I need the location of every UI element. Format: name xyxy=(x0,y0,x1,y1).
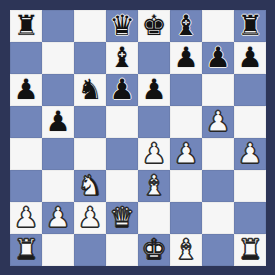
square-h2[interactable] xyxy=(234,202,266,234)
black-pawn[interactable]: ♟ xyxy=(106,74,138,106)
black-bishop[interactable]: ♝ xyxy=(170,10,202,42)
white-knight[interactable]: ♞ xyxy=(74,170,106,202)
white-rook[interactable]: ♜ xyxy=(234,234,266,266)
white-pawn[interactable]: ♟ xyxy=(202,106,234,138)
white-pawn[interactable]: ♟ xyxy=(170,138,202,170)
square-g1[interactable] xyxy=(202,234,234,266)
black-king[interactable]: ♚ xyxy=(138,10,170,42)
square-b8[interactable] xyxy=(42,10,74,42)
black-pawn[interactable]: ♟ xyxy=(138,74,170,106)
square-b2[interactable]: ♟ xyxy=(42,202,74,234)
square-b6[interactable] xyxy=(42,74,74,106)
square-a1[interactable]: ♜ xyxy=(10,234,42,266)
square-e4[interactable]: ♟ xyxy=(138,138,170,170)
square-g3[interactable] xyxy=(202,170,234,202)
white-pawn[interactable]: ♟ xyxy=(42,202,74,234)
white-pawn[interactable]: ♟ xyxy=(234,138,266,170)
black-knight[interactable]: ♞ xyxy=(74,74,106,106)
square-f7[interactable]: ♟ xyxy=(170,42,202,74)
square-c7[interactable] xyxy=(74,42,106,74)
square-h7[interactable]: ♟ xyxy=(234,42,266,74)
square-c1[interactable] xyxy=(74,234,106,266)
black-rook[interactable]: ♜ xyxy=(234,10,266,42)
square-a8[interactable]: ♜ xyxy=(10,10,42,42)
white-bishop[interactable]: ♝ xyxy=(138,170,170,202)
square-b3[interactable] xyxy=(42,170,74,202)
square-h3[interactable] xyxy=(234,170,266,202)
square-a6[interactable]: ♟ xyxy=(10,74,42,106)
black-pawn[interactable]: ♟ xyxy=(170,42,202,74)
chessboard-frame: ♜♛♚♝♜♝♟♟♟♟♞♟♟♟♟♟♟♟♞♝♟♟♟♛♜♚♝♜ xyxy=(0,0,275,275)
square-a3[interactable] xyxy=(10,170,42,202)
square-e1[interactable]: ♚ xyxy=(138,234,170,266)
square-d6[interactable]: ♟ xyxy=(106,74,138,106)
square-f6[interactable] xyxy=(170,74,202,106)
black-pawn[interactable]: ♟ xyxy=(234,42,266,74)
square-f5[interactable] xyxy=(170,106,202,138)
square-b1[interactable] xyxy=(42,234,74,266)
square-a7[interactable] xyxy=(10,42,42,74)
square-h8[interactable]: ♜ xyxy=(234,10,266,42)
square-g2[interactable] xyxy=(202,202,234,234)
square-h4[interactable]: ♟ xyxy=(234,138,266,170)
square-c4[interactable] xyxy=(74,138,106,170)
white-pawn[interactable]: ♟ xyxy=(138,138,170,170)
white-queen[interactable]: ♛ xyxy=(106,202,138,234)
square-c6[interactable]: ♞ xyxy=(74,74,106,106)
square-a5[interactable] xyxy=(10,106,42,138)
square-c8[interactable] xyxy=(74,10,106,42)
square-f4[interactable]: ♟ xyxy=(170,138,202,170)
square-d3[interactable] xyxy=(106,170,138,202)
square-f2[interactable] xyxy=(170,202,202,234)
black-queen[interactable]: ♛ xyxy=(106,10,138,42)
square-g5[interactable]: ♟ xyxy=(202,106,234,138)
white-pawn[interactable]: ♟ xyxy=(74,202,106,234)
white-king[interactable]: ♚ xyxy=(138,234,170,266)
white-bishop[interactable]: ♝ xyxy=(170,234,202,266)
chessboard: ♜♛♚♝♜♝♟♟♟♟♞♟♟♟♟♟♟♟♞♝♟♟♟♛♜♚♝♜ xyxy=(10,10,266,266)
square-d8[interactable]: ♛ xyxy=(106,10,138,42)
square-d7[interactable]: ♝ xyxy=(106,42,138,74)
square-b7[interactable] xyxy=(42,42,74,74)
square-g8[interactable] xyxy=(202,10,234,42)
square-h6[interactable] xyxy=(234,74,266,106)
square-d4[interactable] xyxy=(106,138,138,170)
black-pawn[interactable]: ♟ xyxy=(42,106,74,138)
square-f8[interactable]: ♝ xyxy=(170,10,202,42)
square-c2[interactable]: ♟ xyxy=(74,202,106,234)
square-c3[interactable]: ♞ xyxy=(74,170,106,202)
square-a2[interactable]: ♟ xyxy=(10,202,42,234)
square-e5[interactable] xyxy=(138,106,170,138)
square-h1[interactable]: ♜ xyxy=(234,234,266,266)
square-e3[interactable]: ♝ xyxy=(138,170,170,202)
square-b5[interactable]: ♟ xyxy=(42,106,74,138)
square-e8[interactable]: ♚ xyxy=(138,10,170,42)
black-pawn[interactable]: ♟ xyxy=(202,42,234,74)
square-c5[interactable] xyxy=(74,106,106,138)
white-rook[interactable]: ♜ xyxy=(10,234,42,266)
square-g7[interactable]: ♟ xyxy=(202,42,234,74)
square-a4[interactable] xyxy=(10,138,42,170)
square-e7[interactable] xyxy=(138,42,170,74)
black-pawn[interactable]: ♟ xyxy=(10,74,42,106)
black-bishop[interactable]: ♝ xyxy=(106,42,138,74)
square-d2[interactable]: ♛ xyxy=(106,202,138,234)
square-g4[interactable] xyxy=(202,138,234,170)
square-d5[interactable] xyxy=(106,106,138,138)
square-d1[interactable] xyxy=(106,234,138,266)
square-f3[interactable] xyxy=(170,170,202,202)
square-e2[interactable] xyxy=(138,202,170,234)
black-rook[interactable]: ♜ xyxy=(10,10,42,42)
square-e6[interactable]: ♟ xyxy=(138,74,170,106)
white-pawn[interactable]: ♟ xyxy=(10,202,42,234)
square-b4[interactable] xyxy=(42,138,74,170)
square-h5[interactable] xyxy=(234,106,266,138)
square-g6[interactable] xyxy=(202,74,234,106)
square-f1[interactable]: ♝ xyxy=(170,234,202,266)
